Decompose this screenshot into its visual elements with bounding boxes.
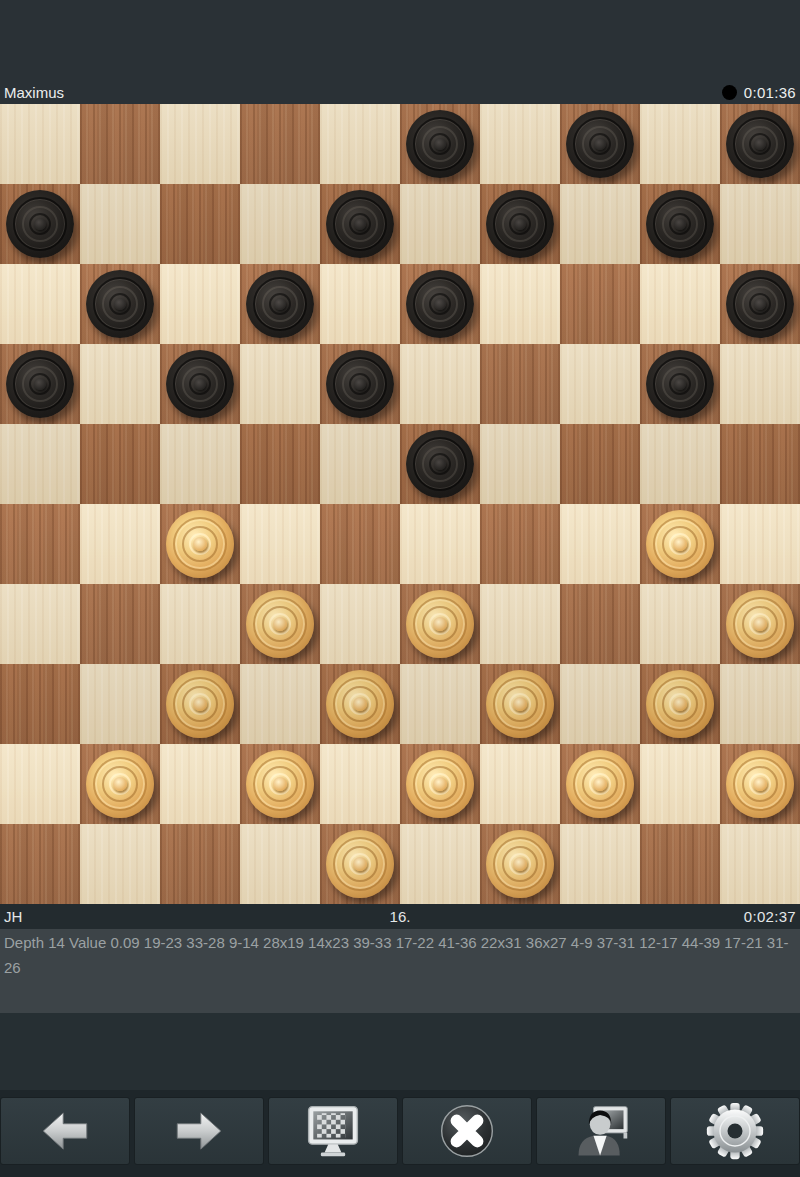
square-22[interactable] bbox=[240, 424, 320, 504]
square-43[interactable] bbox=[400, 744, 480, 824]
light-square bbox=[240, 664, 320, 744]
black-piece[interactable] bbox=[486, 190, 554, 258]
light-square bbox=[320, 264, 400, 344]
white-piece-knob bbox=[673, 537, 687, 551]
gear-icon bbox=[705, 1101, 765, 1161]
black-piece-knob bbox=[434, 458, 446, 470]
light-square bbox=[400, 824, 480, 904]
square-13[interactable] bbox=[400, 264, 480, 344]
light-square bbox=[720, 664, 800, 744]
light-square bbox=[160, 264, 240, 344]
square-10[interactable] bbox=[640, 184, 720, 264]
forward-button[interactable] bbox=[134, 1097, 264, 1165]
light-square bbox=[320, 584, 400, 664]
light-square bbox=[80, 504, 160, 584]
light-square bbox=[640, 424, 720, 504]
square-39[interactable] bbox=[480, 664, 560, 744]
light-square bbox=[560, 344, 640, 424]
white-piece-knob bbox=[353, 697, 367, 711]
light-square bbox=[640, 264, 720, 344]
white-piece-knob bbox=[673, 697, 687, 711]
white-piece-knob bbox=[433, 617, 447, 631]
square-36[interactable] bbox=[0, 664, 80, 744]
square-23[interactable] bbox=[400, 424, 480, 504]
light-square bbox=[480, 424, 560, 504]
light-square bbox=[480, 264, 560, 344]
back-button[interactable] bbox=[0, 1097, 130, 1165]
top-player-clock: 0:01:36 bbox=[744, 84, 796, 101]
close-button[interactable] bbox=[402, 1097, 532, 1165]
white-piece-knob bbox=[753, 777, 767, 791]
white-piece[interactable] bbox=[486, 670, 554, 738]
settings-button[interactable] bbox=[670, 1097, 800, 1165]
black-piece-knob bbox=[754, 138, 766, 150]
top-player-name: Maximus bbox=[4, 84, 64, 101]
light-square bbox=[160, 584, 240, 664]
white-piece[interactable] bbox=[246, 590, 314, 658]
light-square bbox=[400, 504, 480, 584]
light-square bbox=[560, 824, 640, 904]
square-3[interactable] bbox=[400, 104, 480, 184]
white-piece-knob bbox=[273, 777, 287, 791]
square-35[interactable] bbox=[720, 584, 800, 664]
black-piece[interactable] bbox=[726, 110, 794, 178]
white-piece[interactable] bbox=[166, 510, 234, 578]
square-28[interactable] bbox=[320, 504, 400, 584]
light-square bbox=[640, 104, 720, 184]
black-piece[interactable] bbox=[646, 190, 714, 258]
board bbox=[0, 104, 800, 904]
bottom-player-row: JH 16. 0:02:37 bbox=[0, 904, 800, 929]
white-piece[interactable] bbox=[566, 750, 634, 818]
light-square bbox=[480, 584, 560, 664]
white-piece-knob bbox=[113, 777, 127, 791]
square-31[interactable] bbox=[80, 584, 160, 664]
light-square bbox=[0, 744, 80, 824]
light-square bbox=[80, 184, 160, 264]
square-30[interactable] bbox=[640, 504, 720, 584]
top-player-row: Maximus 0:01:36 bbox=[0, 84, 800, 104]
light-square bbox=[720, 824, 800, 904]
square-34[interactable] bbox=[560, 584, 640, 664]
square-20[interactable] bbox=[640, 344, 720, 424]
close-x-icon bbox=[437, 1101, 497, 1161]
light-square bbox=[320, 744, 400, 824]
black-piece-knob bbox=[674, 218, 686, 230]
light-square bbox=[720, 184, 800, 264]
square-44[interactable] bbox=[560, 744, 640, 824]
white-piece[interactable] bbox=[726, 590, 794, 658]
black-piece[interactable] bbox=[566, 110, 634, 178]
square-17[interactable] bbox=[160, 344, 240, 424]
black-piece[interactable] bbox=[86, 270, 154, 338]
black-piece-knob bbox=[34, 378, 46, 390]
white-piece[interactable] bbox=[486, 830, 554, 898]
square-11[interactable] bbox=[80, 264, 160, 344]
black-piece[interactable] bbox=[166, 350, 234, 418]
square-50[interactable] bbox=[640, 824, 720, 904]
white-piece[interactable] bbox=[406, 590, 474, 658]
white-piece-knob bbox=[273, 617, 287, 631]
black-piece-knob bbox=[434, 138, 446, 150]
panel-gap bbox=[0, 1013, 800, 1090]
square-40[interactable] bbox=[640, 664, 720, 744]
white-piece[interactable] bbox=[726, 750, 794, 818]
black-piece[interactable] bbox=[6, 350, 74, 418]
draughts-app: Maximus 0:01:36 JH 16. 0:02:37 Depth 14 … bbox=[0, 0, 800, 1177]
square-45[interactable] bbox=[720, 744, 800, 824]
white-piece[interactable] bbox=[246, 750, 314, 818]
light-square bbox=[80, 344, 160, 424]
bottom-player-clock: 0:02:37 bbox=[744, 908, 796, 925]
black-piece[interactable] bbox=[246, 270, 314, 338]
square-15[interactable] bbox=[720, 264, 800, 344]
white-piece-knob bbox=[193, 697, 207, 711]
black-piece-knob bbox=[354, 378, 366, 390]
light-square bbox=[560, 184, 640, 264]
black-piece[interactable] bbox=[726, 270, 794, 338]
black-piece-knob bbox=[434, 298, 446, 310]
white-piece-knob bbox=[593, 777, 607, 791]
checkerboard-monitor-icon bbox=[303, 1101, 363, 1161]
light-square bbox=[160, 424, 240, 504]
white-piece[interactable] bbox=[86, 750, 154, 818]
white-piece[interactable] bbox=[166, 670, 234, 738]
light-square bbox=[240, 184, 320, 264]
square-37[interactable] bbox=[160, 664, 240, 744]
arrow-left-icon bbox=[36, 1102, 94, 1160]
black-piece-knob bbox=[594, 138, 606, 150]
black-piece[interactable] bbox=[326, 350, 394, 418]
white-piece[interactable] bbox=[326, 830, 394, 898]
white-piece-knob bbox=[433, 777, 447, 791]
square-21[interactable] bbox=[80, 424, 160, 504]
square-42[interactable] bbox=[240, 744, 320, 824]
square-1[interactable] bbox=[80, 104, 160, 184]
white-piece[interactable] bbox=[646, 510, 714, 578]
square-29[interactable] bbox=[480, 504, 560, 584]
white-piece[interactable] bbox=[326, 670, 394, 738]
light-square bbox=[400, 664, 480, 744]
white-piece-knob bbox=[513, 697, 527, 711]
light-square bbox=[720, 504, 800, 584]
light-square bbox=[240, 504, 320, 584]
white-piece-knob bbox=[753, 617, 767, 631]
square-27[interactable] bbox=[160, 504, 240, 584]
light-square bbox=[400, 184, 480, 264]
light-square bbox=[0, 424, 80, 504]
light-square bbox=[320, 424, 400, 504]
light-square bbox=[480, 744, 560, 824]
light-square bbox=[160, 104, 240, 184]
square-6[interactable] bbox=[0, 184, 80, 264]
square-24[interactable] bbox=[560, 424, 640, 504]
square-14[interactable] bbox=[560, 264, 640, 344]
square-46[interactable] bbox=[0, 824, 80, 904]
move-number: 16. bbox=[0, 908, 800, 925]
light-square bbox=[160, 744, 240, 824]
square-4[interactable] bbox=[560, 104, 640, 184]
player-at-screen-icon bbox=[571, 1101, 631, 1161]
white-piece-knob bbox=[353, 857, 367, 871]
white-piece[interactable] bbox=[646, 670, 714, 738]
light-square bbox=[640, 744, 720, 824]
black-piece-knob bbox=[674, 378, 686, 390]
black-piece[interactable] bbox=[6, 190, 74, 258]
square-47[interactable] bbox=[160, 824, 240, 904]
light-square bbox=[480, 104, 560, 184]
square-16[interactable] bbox=[0, 344, 80, 424]
white-piece-knob bbox=[193, 537, 207, 551]
black-piece-knob bbox=[194, 378, 206, 390]
black-piece[interactable] bbox=[326, 190, 394, 258]
light-square bbox=[0, 264, 80, 344]
light-square bbox=[400, 344, 480, 424]
black-piece-knob bbox=[514, 218, 526, 230]
black-piece[interactable] bbox=[406, 110, 474, 178]
engine-analysis-panel: Depth 14 Value 0.09 19-23 33-28 9-14 28x… bbox=[0, 929, 800, 1013]
white-piece[interactable] bbox=[406, 750, 474, 818]
light-square bbox=[720, 344, 800, 424]
black-piece-knob bbox=[34, 218, 46, 230]
black-piece-knob bbox=[354, 218, 366, 230]
square-8[interactable] bbox=[320, 184, 400, 264]
square-41[interactable] bbox=[80, 744, 160, 824]
square-12[interactable] bbox=[240, 264, 320, 344]
light-square bbox=[320, 104, 400, 184]
square-49[interactable] bbox=[480, 824, 560, 904]
square-25[interactable] bbox=[720, 424, 800, 504]
top-section: Maximus 0:01:36 bbox=[0, 0, 800, 104]
square-38[interactable] bbox=[320, 664, 400, 744]
light-square bbox=[80, 824, 160, 904]
square-9[interactable] bbox=[480, 184, 560, 264]
light-square bbox=[240, 824, 320, 904]
black-piece-knob bbox=[274, 298, 286, 310]
player-button[interactable] bbox=[536, 1097, 666, 1165]
square-33[interactable] bbox=[400, 584, 480, 664]
square-19[interactable] bbox=[480, 344, 560, 424]
black-piece-knob bbox=[114, 298, 126, 310]
black-piece[interactable] bbox=[406, 270, 474, 338]
square-2[interactable] bbox=[240, 104, 320, 184]
square-5[interactable] bbox=[720, 104, 800, 184]
square-26[interactable] bbox=[0, 504, 80, 584]
light-square bbox=[560, 504, 640, 584]
square-48[interactable] bbox=[320, 824, 400, 904]
light-square bbox=[80, 664, 160, 744]
light-square bbox=[640, 584, 720, 664]
board-view-button[interactable] bbox=[268, 1097, 398, 1165]
black-piece-knob bbox=[754, 298, 766, 310]
black-piece[interactable] bbox=[406, 430, 474, 498]
black-piece[interactable] bbox=[646, 350, 714, 418]
light-square bbox=[0, 104, 80, 184]
square-32[interactable] bbox=[240, 584, 320, 664]
light-square bbox=[240, 344, 320, 424]
square-7[interactable] bbox=[160, 184, 240, 264]
toolbar bbox=[0, 1090, 800, 1177]
square-18[interactable] bbox=[320, 344, 400, 424]
arrow-right-icon bbox=[170, 1102, 228, 1160]
light-square bbox=[0, 584, 80, 664]
light-square bbox=[560, 664, 640, 744]
black-side-dot-icon bbox=[722, 85, 737, 100]
white-piece-knob bbox=[513, 857, 527, 871]
